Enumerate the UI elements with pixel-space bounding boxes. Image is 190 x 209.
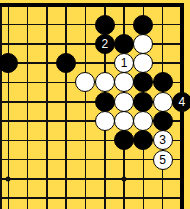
stone-black-Q12[interactable] bbox=[114, 130, 134, 150]
move-number-label: 5 bbox=[159, 154, 166, 166]
grid-line-h-16 bbox=[0, 62, 184, 64]
stone-black-R15[interactable] bbox=[133, 72, 153, 92]
move-4-stone-black-T14[interactable]: 4 bbox=[172, 92, 190, 112]
stone-black-Q17[interactable] bbox=[114, 34, 134, 54]
stone-black-R12[interactable] bbox=[133, 130, 153, 150]
stone-white-Q15[interactable] bbox=[114, 72, 134, 92]
stone-black-P14[interactable] bbox=[95, 92, 115, 112]
stone-black-K16[interactable] bbox=[0, 53, 18, 73]
move-number-label: 4 bbox=[179, 96, 186, 108]
stone-white-O15[interactable] bbox=[75, 72, 95, 92]
stone-black-R18[interactable] bbox=[133, 15, 153, 35]
move-3-stone-white-S12[interactable]: 3 bbox=[153, 130, 173, 150]
stone-black-S15[interactable] bbox=[153, 72, 173, 92]
stone-black-P18[interactable] bbox=[95, 15, 115, 35]
move-1-stone-white-Q16[interactable]: 1 bbox=[114, 53, 134, 73]
stone-white-Q14[interactable] bbox=[114, 92, 134, 112]
grid-line-h-17 bbox=[0, 43, 184, 45]
stone-black-N16[interactable] bbox=[56, 53, 76, 73]
move-number-label: 1 bbox=[121, 57, 128, 69]
stone-white-R17[interactable] bbox=[133, 34, 153, 54]
board-edge-top bbox=[0, 3, 184, 7]
move-number-label: 2 bbox=[101, 38, 108, 50]
move-2-stone-black-P17[interactable]: 2 bbox=[95, 34, 115, 54]
stone-white-R13[interactable] bbox=[133, 111, 153, 131]
grid-line-h-10 bbox=[0, 178, 184, 180]
move-5-stone-white-S11[interactable]: 5 bbox=[153, 150, 173, 170]
stone-black-S13[interactable] bbox=[153, 111, 173, 131]
grid-line-h-9 bbox=[0, 197, 184, 199]
stone-white-S14[interactable] bbox=[153, 92, 173, 112]
stone-white-P15[interactable] bbox=[95, 72, 115, 92]
stone-white-P13[interactable] bbox=[95, 111, 115, 131]
stone-black-R14[interactable] bbox=[133, 92, 153, 112]
stone-white-Q13[interactable] bbox=[114, 111, 134, 131]
stone-white-R16[interactable] bbox=[133, 53, 153, 73]
grid-line-h-18 bbox=[0, 24, 184, 26]
move-number-label: 3 bbox=[159, 134, 166, 146]
go-board[interactable]: 21435 bbox=[0, 0, 190, 209]
star-point-Q10 bbox=[122, 176, 127, 181]
star-point-K10 bbox=[6, 176, 11, 181]
